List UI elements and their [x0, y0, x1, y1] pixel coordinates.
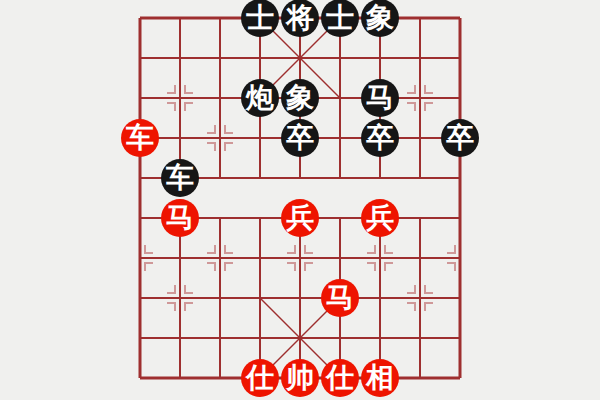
piece-black-elephant[interactable]: 象 [281, 79, 319, 117]
piece-red-chariot[interactable]: 车 [121, 119, 159, 157]
piece-black-elephant[interactable]: 象 [361, 0, 399, 37]
piece-black-horse[interactable]: 马 [361, 79, 399, 117]
piece-red-general[interactable]: 帅 [281, 359, 319, 397]
piece-black-soldier[interactable]: 卒 [281, 119, 319, 157]
xiangqi-app-screen: 士将士象炮象马车卒卒卒车马兵兵马仕帅仕相 [0, 0, 600, 400]
piece-red-advisor[interactable]: 仕 [321, 359, 359, 397]
piece-red-elephant[interactable]: 相 [361, 359, 399, 397]
piece-red-horse[interactable]: 马 [321, 279, 359, 317]
piece-black-soldier[interactable]: 卒 [361, 119, 399, 157]
piece-red-soldier[interactable]: 兵 [361, 199, 399, 237]
piece-black-chariot[interactable]: 车 [161, 159, 199, 197]
piece-black-advisor[interactable]: 士 [321, 0, 359, 37]
piece-black-soldier[interactable]: 卒 [441, 119, 479, 157]
piece-black-general[interactable]: 将 [281, 0, 319, 37]
piece-black-cannon[interactable]: 炮 [241, 79, 279, 117]
piece-red-advisor[interactable]: 仕 [241, 359, 279, 397]
piece-black-advisor[interactable]: 士 [241, 0, 279, 37]
piece-red-soldier[interactable]: 兵 [281, 199, 319, 237]
xiangqi-board: 士将士象炮象马车卒卒卒车马兵兵马仕帅仕相 [120, 0, 480, 398]
piece-red-horse[interactable]: 马 [161, 199, 199, 237]
